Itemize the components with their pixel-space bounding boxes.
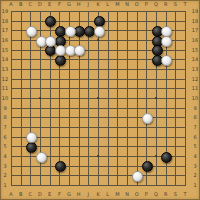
white-stone-C6	[26, 132, 37, 143]
white-stone-D4	[36, 152, 47, 163]
column-label-bottom: J	[83, 191, 93, 197]
column-label-top: B	[16, 1, 26, 7]
column-label-top: K	[93, 1, 103, 7]
column-label-bottom: T	[180, 191, 190, 197]
column-label-bottom: A	[6, 191, 16, 197]
column-label-bottom: P	[141, 191, 151, 197]
column-label-bottom: S	[170, 191, 180, 197]
white-stone-P8	[142, 113, 153, 124]
column-label-bottom: L	[103, 191, 113, 197]
row-label-left: 2	[0, 172, 10, 178]
row-label-right: 11	[190, 85, 200, 91]
white-stone-G17	[65, 26, 76, 37]
row-label-right: 17	[190, 27, 200, 33]
black-stone-R4	[161, 152, 172, 163]
column-label-top: R	[161, 1, 171, 7]
row-label-right: 3	[190, 163, 200, 169]
column-label-bottom: Q	[151, 191, 161, 197]
white-stone-R16	[161, 36, 172, 47]
column-label-bottom: D	[35, 191, 45, 197]
row-label-right: 2	[190, 172, 200, 178]
column-label-bottom: C	[25, 191, 35, 197]
column-label-bottom: M	[112, 191, 122, 197]
row-label-left: 11	[0, 85, 10, 91]
column-label-top: S	[170, 1, 180, 7]
column-label-top: C	[25, 1, 35, 7]
column-label-bottom: K	[93, 191, 103, 197]
column-label-bottom: R	[161, 191, 171, 197]
row-label-left: 6	[0, 134, 10, 140]
row-label-right: 6	[190, 134, 200, 140]
white-stone-K17	[94, 26, 105, 37]
column-label-bottom: G	[64, 191, 74, 197]
column-label-bottom: B	[16, 191, 26, 197]
row-label-left: 13	[0, 66, 10, 72]
column-label-top: H	[74, 1, 84, 7]
column-label-top: D	[35, 1, 45, 7]
black-stone-F14	[55, 55, 66, 66]
go-board[interactable]: AABBCCDDEEFFGGHHJJKKLLMMNNOOPPQQRRSSTT19…	[0, 0, 200, 200]
row-label-right: 9	[190, 105, 200, 111]
row-label-left: 17	[0, 27, 10, 33]
column-label-bottom: F	[54, 191, 64, 197]
row-label-left: 9	[0, 105, 10, 111]
column-label-top: O	[132, 1, 142, 7]
row-label-left: 12	[0, 76, 10, 82]
row-label-right: 4	[190, 153, 200, 159]
column-label-top: J	[83, 1, 93, 7]
row-label-left: 10	[0, 95, 10, 101]
row-label-left: 5	[0, 143, 10, 149]
row-label-right: 10	[190, 95, 200, 101]
go-app-window: AABBCCDDEEFFGGHHJJKKLLMMNNOOPPQQRRSSTT19…	[0, 0, 200, 200]
row-label-left: 15	[0, 47, 10, 53]
column-label-bottom: N	[122, 191, 132, 197]
column-label-bottom: O	[132, 191, 142, 197]
column-label-top: E	[45, 1, 55, 7]
row-label-right: 12	[190, 76, 200, 82]
row-label-right: 7	[190, 124, 200, 130]
row-label-left: 16	[0, 37, 10, 43]
column-label-top: F	[54, 1, 64, 7]
row-label-right: 15	[190, 47, 200, 53]
row-label-right: 14	[190, 56, 200, 62]
row-label-left: 18	[0, 18, 10, 24]
column-label-top: T	[180, 1, 190, 7]
column-label-top: M	[112, 1, 122, 7]
white-stone-E16	[45, 36, 56, 47]
row-label-left: 1	[0, 182, 10, 188]
column-label-top: L	[103, 1, 113, 7]
column-label-top: G	[64, 1, 74, 7]
column-label-bottom: H	[74, 191, 84, 197]
row-label-right: 18	[190, 18, 200, 24]
row-label-right: 13	[190, 66, 200, 72]
column-label-top: Q	[151, 1, 161, 7]
row-label-right: 16	[190, 37, 200, 43]
row-label-left: 4	[0, 153, 10, 159]
row-label-left: 8	[0, 114, 10, 120]
white-stone-R14	[161, 55, 172, 66]
row-label-left: 3	[0, 163, 10, 169]
row-label-left: 19	[0, 8, 10, 14]
column-label-bottom: E	[45, 191, 55, 197]
row-label-left: 7	[0, 124, 10, 130]
column-label-top: P	[141, 1, 151, 7]
column-label-top: N	[122, 1, 132, 7]
row-label-right: 19	[190, 8, 200, 14]
row-label-right: 5	[190, 143, 200, 149]
black-stone-C5	[26, 142, 37, 153]
black-stone-F3	[55, 161, 66, 172]
white-stone-O2	[132, 171, 143, 182]
row-label-right: 8	[190, 114, 200, 120]
white-stone-C17	[26, 26, 37, 37]
column-label-top: A	[6, 1, 16, 7]
row-label-right: 1	[190, 182, 200, 188]
row-label-left: 14	[0, 56, 10, 62]
